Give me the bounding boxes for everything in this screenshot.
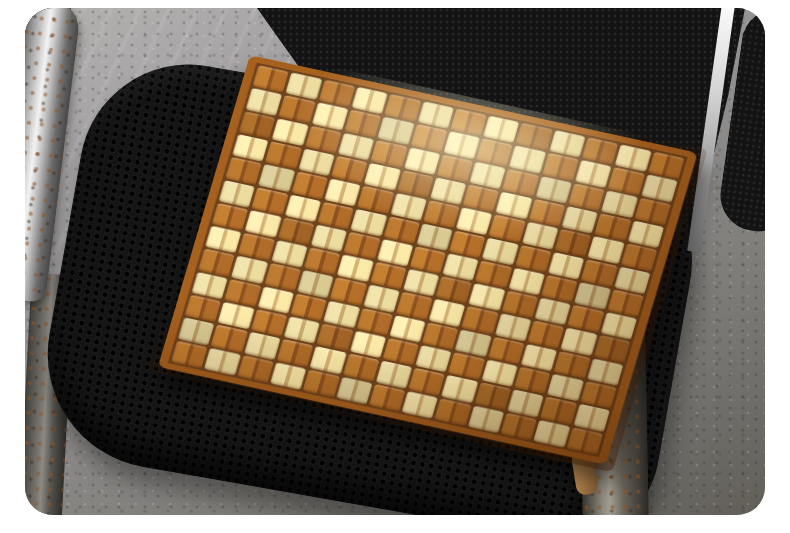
tile-light [204, 348, 240, 376]
tile-dark [345, 110, 381, 138]
tile-light [573, 404, 609, 432]
tile-light [246, 88, 282, 116]
tile-light [456, 207, 492, 235]
tile-light [390, 193, 426, 221]
tile-dark [343, 354, 379, 382]
tile-light [178, 318, 214, 346]
tile-light [575, 160, 611, 188]
tile-dark [475, 383, 511, 411]
tile-dark [555, 229, 591, 257]
tile-light [244, 332, 280, 360]
tile-dark [226, 157, 262, 185]
tile-dark [237, 355, 273, 383]
tile-dark [621, 243, 657, 271]
tile-light [376, 361, 412, 389]
tile-light [324, 179, 360, 207]
tile-dark [476, 139, 512, 167]
tile-light [259, 164, 295, 192]
tile-light [402, 391, 438, 419]
tile-dark [291, 171, 327, 199]
tile-dark [435, 398, 471, 426]
tile-light [468, 405, 504, 433]
tile-light [508, 390, 544, 418]
tile-light [509, 146, 545, 174]
tile-dark [369, 384, 405, 412]
product-photo [25, 8, 765, 515]
tile-light [378, 117, 414, 145]
tile-dark [409, 368, 445, 396]
tile-light [442, 375, 478, 403]
tile-light [270, 362, 306, 390]
tile-dark [357, 186, 393, 214]
tile-dark [608, 167, 644, 195]
tile-dark [303, 369, 339, 397]
tile-light [312, 103, 348, 131]
tile-dark [279, 95, 315, 123]
tile-light [336, 377, 372, 405]
tile-dark [542, 153, 578, 181]
tile-dark [489, 215, 525, 243]
tile-light [310, 347, 346, 375]
tile-dark [171, 341, 207, 369]
tile-dark [411, 124, 447, 152]
tile-dark [211, 325, 247, 353]
tile-light [588, 236, 624, 264]
tile-dark [277, 339, 313, 367]
tile-dark [423, 200, 459, 228]
tile-dark [540, 397, 576, 425]
tile-light [534, 420, 570, 448]
tile-dark [501, 413, 537, 441]
tile-light [522, 222, 558, 250]
tile-light [641, 175, 677, 203]
tile-dark [567, 427, 603, 455]
tile-light [444, 131, 480, 159]
